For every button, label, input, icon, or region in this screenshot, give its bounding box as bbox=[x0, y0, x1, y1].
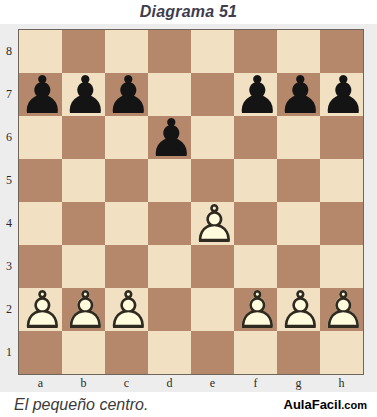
square-h4 bbox=[320, 202, 363, 245]
square-c2: ♟♙ bbox=[105, 288, 148, 331]
file-label-f: f bbox=[234, 375, 277, 392]
white-pawn: ♟♙ bbox=[320, 288, 363, 331]
white-pawn: ♟♙ bbox=[105, 288, 148, 331]
square-f5 bbox=[234, 159, 277, 202]
footer: El pequeño centro. AulaFacil.com bbox=[0, 392, 377, 417]
chess-board: ♟♟♟♟♟♟♟♟♙♟♙♟♙♟♙♟♙♟♙♟♙ bbox=[18, 29, 364, 375]
square-d2 bbox=[148, 288, 191, 331]
file-label-b: b bbox=[62, 375, 105, 392]
rank-label-6: 6 bbox=[0, 116, 18, 159]
black-pawn: ♟ bbox=[19, 73, 62, 116]
black-pawn: ♟ bbox=[105, 73, 148, 116]
square-e4: ♟♙ bbox=[191, 202, 234, 245]
square-g4 bbox=[277, 202, 320, 245]
square-e8 bbox=[191, 30, 234, 73]
square-c7: ♟ bbox=[105, 73, 148, 116]
rank-label-2: 2 bbox=[0, 288, 18, 331]
black-pawn: ♟ bbox=[320, 73, 363, 116]
rank-label-1: 1 bbox=[0, 331, 18, 374]
rank-label-8: 8 bbox=[0, 30, 18, 73]
square-e2 bbox=[191, 288, 234, 331]
file-label-h: h bbox=[320, 375, 363, 392]
file-label-g: g bbox=[277, 375, 320, 392]
black-pawn: ♟ bbox=[62, 73, 105, 116]
white-pawn: ♟♙ bbox=[234, 288, 277, 331]
diagram-title: Diagrama 51 bbox=[0, 0, 377, 24]
square-f7: ♟ bbox=[234, 73, 277, 116]
square-d6: ♟ bbox=[148, 116, 191, 159]
square-h5 bbox=[320, 159, 363, 202]
site-tld: .com bbox=[341, 399, 367, 411]
black-pawn: ♟ bbox=[148, 116, 191, 159]
square-a5 bbox=[19, 159, 62, 202]
square-e1 bbox=[191, 331, 234, 374]
square-f4 bbox=[234, 202, 277, 245]
square-g2: ♟♙ bbox=[277, 288, 320, 331]
square-c4 bbox=[105, 202, 148, 245]
white-pawn: ♟♙ bbox=[277, 288, 320, 331]
square-b4 bbox=[62, 202, 105, 245]
square-d8 bbox=[148, 30, 191, 73]
board-frame: 87654321 ♟♟♟♟♟♟♟♟♙♟♙♟♙♟♙♟♙♟♙♟♙ abcdefgh bbox=[0, 24, 377, 392]
file-label-e: e bbox=[191, 375, 234, 392]
file-label-d: d bbox=[148, 375, 191, 392]
file-label-a: a bbox=[19, 375, 62, 392]
white-pawn: ♟♙ bbox=[19, 288, 62, 331]
rank-label-7: 7 bbox=[0, 73, 18, 116]
square-c5 bbox=[105, 159, 148, 202]
square-a4 bbox=[19, 202, 62, 245]
rank-label-3: 3 bbox=[0, 245, 18, 288]
square-b7: ♟ bbox=[62, 73, 105, 116]
square-e7 bbox=[191, 73, 234, 116]
square-b2: ♟♙ bbox=[62, 288, 105, 331]
rank-label-5: 5 bbox=[0, 159, 18, 202]
square-g7: ♟ bbox=[277, 73, 320, 116]
white-pawn: ♟♙ bbox=[62, 288, 105, 331]
black-pawn: ♟ bbox=[234, 73, 277, 116]
square-g5 bbox=[277, 159, 320, 202]
square-d3 bbox=[148, 245, 191, 288]
square-h2: ♟♙ bbox=[320, 288, 363, 331]
square-d4 bbox=[148, 202, 191, 245]
square-h7: ♟ bbox=[320, 73, 363, 116]
file-labels: abcdefgh bbox=[19, 375, 377, 392]
square-b5 bbox=[62, 159, 105, 202]
rank-labels: 87654321 bbox=[0, 29, 18, 375]
rank-label-4: 4 bbox=[0, 202, 18, 245]
square-a7: ♟ bbox=[19, 73, 62, 116]
square-d1 bbox=[148, 331, 191, 374]
site-name: AulaFacil bbox=[284, 397, 342, 412]
diagram-caption: El pequeño centro. bbox=[14, 396, 148, 414]
square-a2: ♟♙ bbox=[19, 288, 62, 331]
site-logo: AulaFacil.com bbox=[284, 397, 367, 412]
square-f2: ♟♙ bbox=[234, 288, 277, 331]
white-pawn: ♟♙ bbox=[191, 202, 234, 245]
black-pawn: ♟ bbox=[277, 73, 320, 116]
square-e6 bbox=[191, 116, 234, 159]
file-label-c: c bbox=[105, 375, 148, 392]
